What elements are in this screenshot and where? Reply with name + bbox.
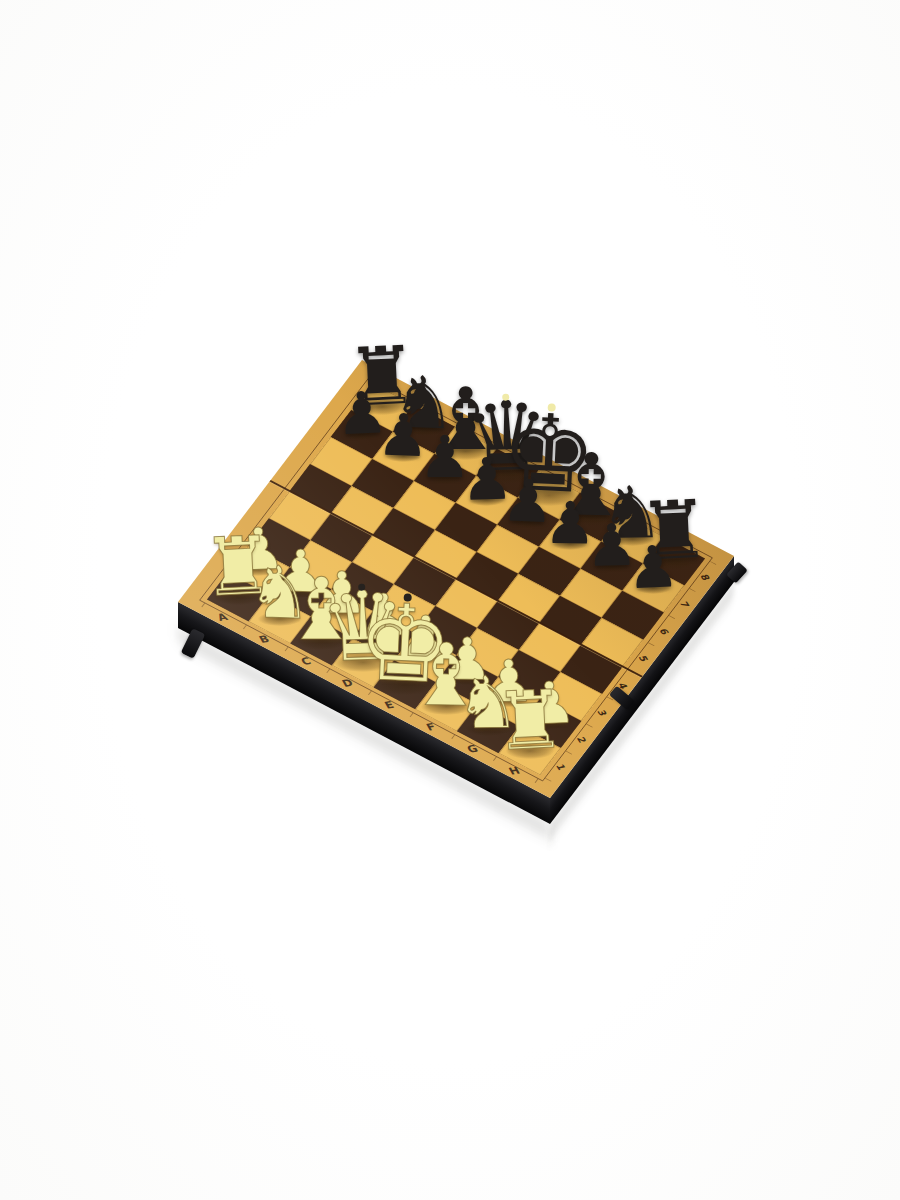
coordinate-tick [451, 735, 455, 739]
rank-label-5: 5 [636, 655, 651, 663]
rook-glyph: ♜ [492, 679, 567, 762]
pawn-glyph: ♟ [626, 537, 681, 597]
coordinate-tick [545, 778, 551, 782]
rank-label-3: 3 [595, 709, 610, 717]
coordinate-tick [586, 724, 592, 728]
product-photo-canvas: ABCDEFGH12345678 ♜♞♝♛♚♝♞♜♟♟♟♟♟♟♟♟♟♟♟♟♟♟♟… [0, 0, 900, 1200]
rank-label-7: 7 [677, 601, 692, 609]
coordinate-tick [648, 642, 654, 646]
coordinate-tick [535, 779, 539, 783]
rank-label-6: 6 [657, 628, 672, 636]
rank-label-2: 2 [574, 736, 589, 744]
coordinate-tick [689, 588, 695, 592]
piece-layer: ♜♞♝♛♚♝♞♜♟♟♟♟♟♟♟♟♟♟♟♟♟♟♟♟♜♞♝♛♚♝♞♜ [0, 0, 900, 1200]
piece-finial [403, 593, 411, 601]
piece-white-rook-h1[interactable]: ♜ [492, 679, 567, 762]
piece-black-pawn-h7[interactable]: ♟ [626, 537, 681, 597]
coordinate-tick [669, 615, 675, 619]
